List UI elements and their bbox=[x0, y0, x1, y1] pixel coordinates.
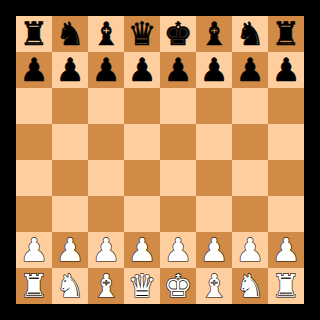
square-d3[interactable] bbox=[124, 196, 160, 232]
square-b7[interactable]: ♟ bbox=[52, 52, 88, 88]
square-b4[interactable] bbox=[52, 160, 88, 196]
square-g5[interactable] bbox=[232, 124, 268, 160]
square-b1[interactable]: ♞ bbox=[52, 268, 88, 304]
square-d6[interactable] bbox=[124, 88, 160, 124]
piece-white-bishop-c1[interactable]: ♝ bbox=[92, 268, 121, 304]
square-f1[interactable]: ♝ bbox=[196, 268, 232, 304]
square-d7[interactable]: ♟ bbox=[124, 52, 160, 88]
board-frame: ♜♞♝♛♚♝♞♜♟♟♟♟♟♟♟♟♟♟♟♟♟♟♟♟♜♞♝♛♚♝♞♜ bbox=[0, 0, 320, 320]
piece-black-pawn-b7[interactable]: ♟ bbox=[56, 52, 85, 88]
square-d8[interactable]: ♛ bbox=[124, 16, 160, 52]
square-e1[interactable]: ♚ bbox=[160, 268, 196, 304]
square-h4[interactable] bbox=[268, 160, 304, 196]
square-h3[interactable] bbox=[268, 196, 304, 232]
piece-black-rook-a8[interactable]: ♜ bbox=[20, 16, 49, 52]
piece-black-knight-b8[interactable]: ♞ bbox=[56, 16, 85, 52]
square-g3[interactable] bbox=[232, 196, 268, 232]
square-g6[interactable] bbox=[232, 88, 268, 124]
piece-black-rook-h8[interactable]: ♜ bbox=[272, 16, 301, 52]
square-c1[interactable]: ♝ bbox=[88, 268, 124, 304]
square-g2[interactable]: ♟ bbox=[232, 232, 268, 268]
piece-white-bishop-f1[interactable]: ♝ bbox=[200, 268, 229, 304]
square-h8[interactable]: ♜ bbox=[268, 16, 304, 52]
piece-white-king-e1[interactable]: ♚ bbox=[164, 268, 193, 304]
square-b3[interactable] bbox=[52, 196, 88, 232]
square-c2[interactable]: ♟ bbox=[88, 232, 124, 268]
square-e7[interactable]: ♟ bbox=[160, 52, 196, 88]
square-c7[interactable]: ♟ bbox=[88, 52, 124, 88]
square-e8[interactable]: ♚ bbox=[160, 16, 196, 52]
piece-black-pawn-f7[interactable]: ♟ bbox=[200, 52, 229, 88]
square-d2[interactable]: ♟ bbox=[124, 232, 160, 268]
piece-white-pawn-f2[interactable]: ♟ bbox=[200, 232, 229, 268]
piece-white-pawn-h2[interactable]: ♟ bbox=[272, 232, 301, 268]
square-a4[interactable] bbox=[16, 160, 52, 196]
piece-white-pawn-e2[interactable]: ♟ bbox=[164, 232, 193, 268]
piece-white-pawn-d2[interactable]: ♟ bbox=[128, 232, 157, 268]
square-a8[interactable]: ♜ bbox=[16, 16, 52, 52]
piece-white-queen-d1[interactable]: ♛ bbox=[128, 268, 157, 304]
square-c5[interactable] bbox=[88, 124, 124, 160]
piece-black-pawn-d7[interactable]: ♟ bbox=[128, 52, 157, 88]
square-a2[interactable]: ♟ bbox=[16, 232, 52, 268]
square-b2[interactable]: ♟ bbox=[52, 232, 88, 268]
square-g8[interactable]: ♞ bbox=[232, 16, 268, 52]
square-f4[interactable] bbox=[196, 160, 232, 196]
piece-white-pawn-g2[interactable]: ♟ bbox=[236, 232, 265, 268]
piece-white-pawn-c2[interactable]: ♟ bbox=[92, 232, 121, 268]
square-f3[interactable] bbox=[196, 196, 232, 232]
square-g1[interactable]: ♞ bbox=[232, 268, 268, 304]
square-f7[interactable]: ♟ bbox=[196, 52, 232, 88]
piece-black-queen-d8[interactable]: ♛ bbox=[128, 16, 157, 52]
square-g4[interactable] bbox=[232, 160, 268, 196]
square-f2[interactable]: ♟ bbox=[196, 232, 232, 268]
square-e4[interactable] bbox=[160, 160, 196, 196]
piece-black-bishop-c8[interactable]: ♝ bbox=[92, 16, 121, 52]
square-e3[interactable] bbox=[160, 196, 196, 232]
square-a1[interactable]: ♜ bbox=[16, 268, 52, 304]
square-c3[interactable] bbox=[88, 196, 124, 232]
square-f5[interactable] bbox=[196, 124, 232, 160]
square-h5[interactable] bbox=[268, 124, 304, 160]
square-c6[interactable] bbox=[88, 88, 124, 124]
square-b8[interactable]: ♞ bbox=[52, 16, 88, 52]
square-a7[interactable]: ♟ bbox=[16, 52, 52, 88]
piece-white-rook-h1[interactable]: ♜ bbox=[272, 268, 301, 304]
square-h7[interactable]: ♟ bbox=[268, 52, 304, 88]
piece-black-pawn-a7[interactable]: ♟ bbox=[20, 52, 49, 88]
piece-black-knight-g8[interactable]: ♞ bbox=[236, 16, 265, 52]
square-f8[interactable]: ♝ bbox=[196, 16, 232, 52]
square-b6[interactable] bbox=[52, 88, 88, 124]
piece-black-bishop-f8[interactable]: ♝ bbox=[200, 16, 229, 52]
piece-white-pawn-a2[interactable]: ♟ bbox=[20, 232, 49, 268]
piece-white-pawn-b2[interactable]: ♟ bbox=[56, 232, 85, 268]
square-d4[interactable] bbox=[124, 160, 160, 196]
piece-white-knight-g1[interactable]: ♞ bbox=[236, 268, 265, 304]
square-c4[interactable] bbox=[88, 160, 124, 196]
piece-black-pawn-c7[interactable]: ♟ bbox=[92, 52, 121, 88]
square-d5[interactable] bbox=[124, 124, 160, 160]
square-a3[interactable] bbox=[16, 196, 52, 232]
chess-board: ♜♞♝♛♚♝♞♜♟♟♟♟♟♟♟♟♟♟♟♟♟♟♟♟♜♞♝♛♚♝♞♜ bbox=[16, 16, 304, 304]
square-a5[interactable] bbox=[16, 124, 52, 160]
square-e6[interactable] bbox=[160, 88, 196, 124]
square-g7[interactable]: ♟ bbox=[232, 52, 268, 88]
piece-black-pawn-g7[interactable]: ♟ bbox=[236, 52, 265, 88]
piece-black-pawn-h7[interactable]: ♟ bbox=[272, 52, 301, 88]
square-d1[interactable]: ♛ bbox=[124, 268, 160, 304]
square-h1[interactable]: ♜ bbox=[268, 268, 304, 304]
piece-black-pawn-e7[interactable]: ♟ bbox=[164, 52, 193, 88]
square-a6[interactable] bbox=[16, 88, 52, 124]
square-e5[interactable] bbox=[160, 124, 196, 160]
square-e2[interactable]: ♟ bbox=[160, 232, 196, 268]
piece-white-rook-a1[interactable]: ♜ bbox=[20, 268, 49, 304]
square-b5[interactable] bbox=[52, 124, 88, 160]
piece-white-knight-b1[interactable]: ♞ bbox=[56, 268, 85, 304]
piece-black-king-e8[interactable]: ♚ bbox=[164, 16, 193, 52]
square-f6[interactable] bbox=[196, 88, 232, 124]
square-c8[interactable]: ♝ bbox=[88, 16, 124, 52]
square-h2[interactable]: ♟ bbox=[268, 232, 304, 268]
square-h6[interactable] bbox=[268, 88, 304, 124]
